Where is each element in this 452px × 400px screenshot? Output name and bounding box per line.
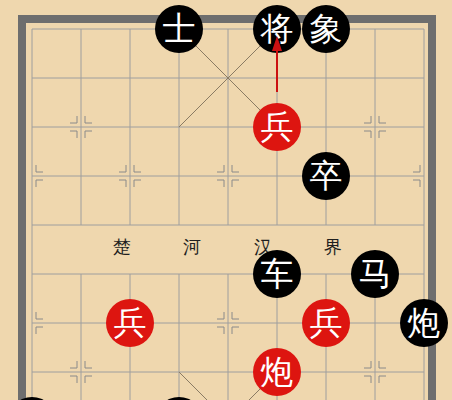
river-label-chu: 楚 [110, 235, 134, 259]
red-cannon[interactable]: 炮 [253, 348, 301, 396]
black-soldier[interactable]: 卒 [302, 152, 350, 200]
black-elephant[interactable]: 象 [302, 5, 350, 53]
river-label-jie: 界 [321, 235, 345, 259]
river-label-he: 河 [180, 235, 204, 259]
black-cannon[interactable]: 炮 [400, 299, 448, 347]
black-chariot[interactable]: 车 [253, 250, 301, 298]
black-horse[interactable]: 马 [351, 250, 399, 298]
red-soldier[interactable]: 兵 [106, 299, 154, 347]
red-soldier[interactable]: 兵 [302, 299, 350, 347]
black-general[interactable]: 将 [253, 5, 301, 53]
xiangqi-board[interactable]: 楚 河 汉 界 士将象兵卒车马兵兵炮炮 [0, 0, 452, 400]
board-grid [0, 0, 452, 400]
black-advisor[interactable]: 士 [155, 5, 203, 53]
red-soldier[interactable]: 兵 [253, 103, 301, 151]
